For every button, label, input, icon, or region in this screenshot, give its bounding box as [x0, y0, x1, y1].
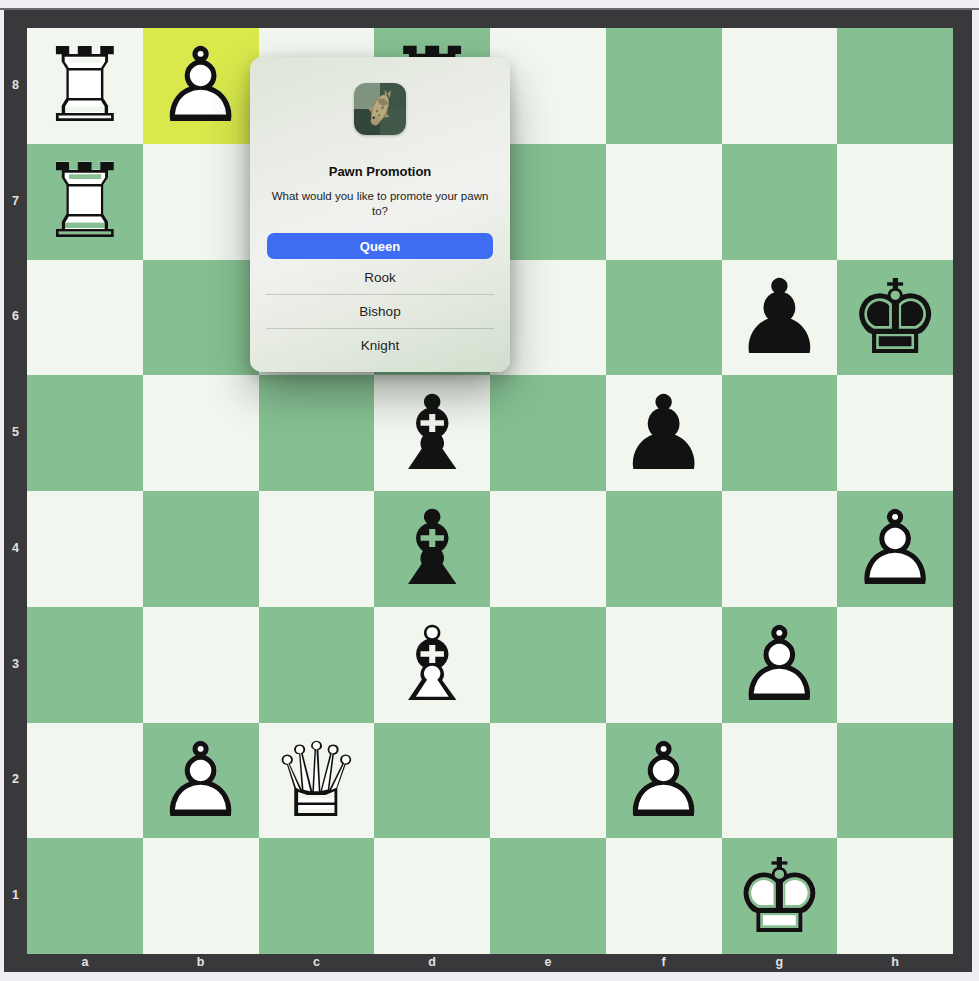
- file-label-h: h: [837, 953, 953, 972]
- file-label-a: a: [27, 953, 143, 972]
- square-b4[interactable]: [143, 491, 259, 607]
- file-label-d: d: [374, 953, 490, 972]
- file-label-c: c: [259, 953, 375, 972]
- stockfish-app-icon: [354, 83, 406, 135]
- square-c2[interactable]: ♛♕: [259, 723, 375, 839]
- pawn-promotion-dialog: Pawn Promotion What would you like to pr…: [250, 57, 510, 372]
- dialog-title: Pawn Promotion: [329, 164, 432, 179]
- square-a4[interactable]: [27, 491, 143, 607]
- square-f3[interactable]: [606, 607, 722, 723]
- square-b8[interactable]: ♟♙: [143, 28, 259, 144]
- square-b6[interactable]: [143, 260, 259, 376]
- square-f7[interactable]: [606, 144, 722, 260]
- black-bishop: ♝: [374, 375, 490, 491]
- dialog-message: What would you like to promote your pawn…: [268, 189, 492, 219]
- black-bishop: ♝: [374, 491, 490, 607]
- square-b5[interactable]: [143, 375, 259, 491]
- square-c3[interactable]: [259, 607, 375, 723]
- white-pawn: ♟♙: [837, 491, 953, 607]
- black-pawn: ♟: [722, 260, 838, 376]
- white-rook: ♜♖: [27, 28, 143, 144]
- promote-bishop-button[interactable]: Bishop: [250, 295, 510, 328]
- square-e2[interactable]: [490, 723, 606, 839]
- square-c1[interactable]: [259, 838, 375, 954]
- rank-label-7: 7: [4, 194, 27, 208]
- square-a8[interactable]: ♜♖: [27, 28, 143, 144]
- square-f6[interactable]: [606, 260, 722, 376]
- square-a2[interactable]: [27, 723, 143, 839]
- square-f8[interactable]: [606, 28, 722, 144]
- white-pawn: ♟♙: [143, 723, 259, 839]
- square-b1[interactable]: [143, 838, 259, 954]
- square-e5[interactable]: [490, 375, 606, 491]
- promote-knight-button[interactable]: Knight: [250, 329, 510, 362]
- square-d2[interactable]: [374, 723, 490, 839]
- square-f1[interactable]: [606, 838, 722, 954]
- square-g3[interactable]: ♟♙: [722, 607, 838, 723]
- white-pawn: ♟♙: [722, 607, 838, 723]
- square-g1[interactable]: ♚♔: [722, 838, 838, 954]
- square-h4[interactable]: ♟♙: [837, 491, 953, 607]
- square-h2[interactable]: [837, 723, 953, 839]
- white-queen: ♛♕: [259, 723, 375, 839]
- square-e3[interactable]: [490, 607, 606, 723]
- square-g8[interactable]: [722, 28, 838, 144]
- square-b2[interactable]: ♟♙: [143, 723, 259, 839]
- black-king: ♚: [837, 260, 953, 376]
- square-d4[interactable]: ♝: [374, 491, 490, 607]
- file-label-b: b: [143, 953, 259, 972]
- square-h3[interactable]: [837, 607, 953, 723]
- square-d5[interactable]: ♝: [374, 375, 490, 491]
- square-e1[interactable]: [490, 838, 606, 954]
- square-a6[interactable]: [27, 260, 143, 376]
- white-rook: ♜♖: [27, 144, 143, 260]
- rank-label-8: 8: [4, 78, 27, 92]
- square-f5[interactable]: ♟: [606, 375, 722, 491]
- square-g5[interactable]: [722, 375, 838, 491]
- square-a7[interactable]: ♜♖: [27, 144, 143, 260]
- rank-label-1: 1: [4, 888, 27, 902]
- square-b3[interactable]: [143, 607, 259, 723]
- square-h8[interactable]: [837, 28, 953, 144]
- rank-label-3: 3: [4, 657, 27, 671]
- square-g6[interactable]: ♟: [722, 260, 838, 376]
- square-a1[interactable]: [27, 838, 143, 954]
- square-a5[interactable]: [27, 375, 143, 491]
- square-h1[interactable]: [837, 838, 953, 954]
- square-g7[interactable]: [722, 144, 838, 260]
- white-pawn: ♟♙: [143, 28, 259, 144]
- rank-label-5: 5: [4, 425, 27, 439]
- promote-rook-button[interactable]: Rook: [250, 261, 510, 294]
- square-f4[interactable]: [606, 491, 722, 607]
- rank-label-6: 6: [4, 309, 27, 323]
- rank-label-4: 4: [4, 541, 27, 555]
- square-d3[interactable]: ♝♗: [374, 607, 490, 723]
- promote-queen-button[interactable]: Queen: [267, 233, 493, 259]
- white-bishop: ♝♗: [374, 607, 490, 723]
- square-c5[interactable]: [259, 375, 375, 491]
- file-label-e: e: [490, 953, 606, 972]
- square-g2[interactable]: [722, 723, 838, 839]
- square-d1[interactable]: [374, 838, 490, 954]
- black-pawn: ♟: [606, 375, 722, 491]
- square-h7[interactable]: [837, 144, 953, 260]
- square-a3[interactable]: [27, 607, 143, 723]
- white-pawn: ♟♙: [606, 723, 722, 839]
- square-g4[interactable]: [722, 491, 838, 607]
- file-label-g: g: [722, 953, 838, 972]
- square-c4[interactable]: [259, 491, 375, 607]
- square-h5[interactable]: [837, 375, 953, 491]
- square-e4[interactable]: [490, 491, 606, 607]
- square-h6[interactable]: ♚: [837, 260, 953, 376]
- square-b7[interactable]: [143, 144, 259, 260]
- white-king: ♚♔: [722, 838, 838, 954]
- rank-label-2: 2: [4, 772, 27, 786]
- file-label-f: f: [606, 953, 722, 972]
- square-f2[interactable]: ♟♙: [606, 723, 722, 839]
